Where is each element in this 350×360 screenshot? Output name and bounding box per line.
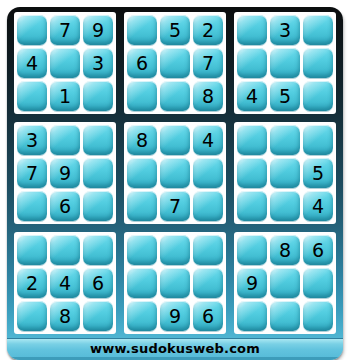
cell-r3c9[interactable] bbox=[303, 81, 333, 111]
cell-r1c4[interactable] bbox=[127, 15, 157, 45]
box-1-1: 79431 bbox=[14, 12, 116, 114]
cell-r1c1[interactable] bbox=[17, 15, 47, 45]
box-3-3: 869 bbox=[234, 232, 336, 334]
cell-r8c2[interactable]: 4 bbox=[50, 268, 80, 298]
cell-r5c7[interactable] bbox=[237, 158, 267, 188]
cell-r9c2[interactable]: 8 bbox=[50, 301, 80, 331]
cell-r4c2[interactable] bbox=[50, 125, 80, 155]
cell-r8c1[interactable]: 2 bbox=[17, 268, 47, 298]
cell-r4c9[interactable] bbox=[303, 125, 333, 155]
box-3-1: 2468 bbox=[14, 232, 116, 334]
cell-r7c4[interactable] bbox=[127, 235, 157, 265]
cell-r7c7[interactable] bbox=[237, 235, 267, 265]
cell-r5c9[interactable]: 5 bbox=[303, 158, 333, 188]
cell-r7c8[interactable]: 8 bbox=[270, 235, 300, 265]
box-3-2: 96 bbox=[124, 232, 226, 334]
box-2-3: 54 bbox=[234, 122, 336, 224]
cell-r5c4[interactable] bbox=[127, 158, 157, 188]
cell-r9c1[interactable] bbox=[17, 301, 47, 331]
cell-r2c2[interactable] bbox=[50, 48, 80, 78]
cell-r7c1[interactable] bbox=[17, 235, 47, 265]
cell-r6c3[interactable] bbox=[83, 191, 113, 221]
cell-r8c6[interactable] bbox=[193, 268, 223, 298]
cell-r6c9[interactable]: 4 bbox=[303, 191, 333, 221]
cell-r7c2[interactable] bbox=[50, 235, 80, 265]
cell-r3c7[interactable]: 4 bbox=[237, 81, 267, 111]
cell-r4c7[interactable] bbox=[237, 125, 267, 155]
cell-r2c8[interactable] bbox=[270, 48, 300, 78]
cell-r9c3[interactable] bbox=[83, 301, 113, 331]
cell-r4c6[interactable]: 4 bbox=[193, 125, 223, 155]
cell-r5c2[interactable]: 9 bbox=[50, 158, 80, 188]
cell-r7c6[interactable] bbox=[193, 235, 223, 265]
cell-r1c5[interactable]: 5 bbox=[160, 15, 190, 45]
box-2-1: 3796 bbox=[14, 122, 116, 224]
cell-r5c5[interactable] bbox=[160, 158, 190, 188]
site-url: www.sudokusweb.com bbox=[90, 341, 260, 356]
cell-r4c4[interactable]: 8 bbox=[127, 125, 157, 155]
cell-r4c8[interactable] bbox=[270, 125, 300, 155]
cell-r8c4[interactable] bbox=[127, 268, 157, 298]
cell-r3c8[interactable]: 5 bbox=[270, 81, 300, 111]
cell-r8c7[interactable]: 9 bbox=[237, 268, 267, 298]
box-2-2: 847 bbox=[124, 122, 226, 224]
sudoku-board: 7943152678345379684754246896869 www.sudo… bbox=[7, 7, 343, 360]
cell-r5c1[interactable]: 7 bbox=[17, 158, 47, 188]
cell-r8c3[interactable]: 6 bbox=[83, 268, 113, 298]
cell-r6c2[interactable]: 6 bbox=[50, 191, 80, 221]
cell-r9c8[interactable] bbox=[270, 301, 300, 331]
cell-r1c3[interactable]: 9 bbox=[83, 15, 113, 45]
cell-r1c8[interactable]: 3 bbox=[270, 15, 300, 45]
cell-r7c5[interactable] bbox=[160, 235, 190, 265]
cell-r5c3[interactable] bbox=[83, 158, 113, 188]
cell-r6c8[interactable] bbox=[270, 191, 300, 221]
cell-r7c9[interactable]: 6 bbox=[303, 235, 333, 265]
cell-r3c3[interactable] bbox=[83, 81, 113, 111]
cell-r3c6[interactable]: 8 bbox=[193, 81, 223, 111]
cell-r6c4[interactable] bbox=[127, 191, 157, 221]
cell-r1c2[interactable]: 7 bbox=[50, 15, 80, 45]
cell-r5c8[interactable] bbox=[270, 158, 300, 188]
cell-r9c9[interactable] bbox=[303, 301, 333, 331]
cell-r6c6[interactable] bbox=[193, 191, 223, 221]
cell-r4c1[interactable]: 3 bbox=[17, 125, 47, 155]
cell-r2c4[interactable]: 6 bbox=[127, 48, 157, 78]
cell-r9c7[interactable] bbox=[237, 301, 267, 331]
cell-r4c3[interactable] bbox=[83, 125, 113, 155]
cell-r3c2[interactable]: 1 bbox=[50, 81, 80, 111]
cell-r8c9[interactable] bbox=[303, 268, 333, 298]
cell-r3c5[interactable] bbox=[160, 81, 190, 111]
board-footer-bar: www.sudokusweb.com bbox=[7, 338, 343, 360]
cell-r2c5[interactable] bbox=[160, 48, 190, 78]
cell-r1c9[interactable] bbox=[303, 15, 333, 45]
cell-r6c5[interactable]: 7 bbox=[160, 191, 190, 221]
cell-r6c7[interactable] bbox=[237, 191, 267, 221]
cell-r2c9[interactable] bbox=[303, 48, 333, 78]
cell-r1c7[interactable] bbox=[237, 15, 267, 45]
cell-r3c1[interactable] bbox=[17, 81, 47, 111]
cell-r8c8[interactable] bbox=[270, 268, 300, 298]
box-1-3: 345 bbox=[234, 12, 336, 114]
sudoku-grid: 7943152678345379684754246896869 bbox=[7, 7, 343, 338]
cell-r1c6[interactable]: 2 bbox=[193, 15, 223, 45]
cell-r2c7[interactable] bbox=[237, 48, 267, 78]
cell-r9c4[interactable] bbox=[127, 301, 157, 331]
cell-r7c3[interactable] bbox=[83, 235, 113, 265]
cell-r5c6[interactable] bbox=[193, 158, 223, 188]
cell-r6c1[interactable] bbox=[17, 191, 47, 221]
cell-r8c5[interactable] bbox=[160, 268, 190, 298]
cell-r2c3[interactable]: 3 bbox=[83, 48, 113, 78]
cell-r2c1[interactable]: 4 bbox=[17, 48, 47, 78]
cell-r9c5[interactable]: 9 bbox=[160, 301, 190, 331]
cell-r3c4[interactable] bbox=[127, 81, 157, 111]
cell-r9c6[interactable]: 6 bbox=[193, 301, 223, 331]
cell-r2c6[interactable]: 7 bbox=[193, 48, 223, 78]
cell-r4c5[interactable] bbox=[160, 125, 190, 155]
box-1-2: 52678 bbox=[124, 12, 226, 114]
